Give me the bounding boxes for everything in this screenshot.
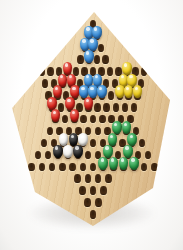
board-hole (47, 127, 54, 136)
board-hole (85, 151, 92, 160)
board-hole (139, 139, 146, 148)
board-hole (95, 174, 102, 183)
peg-yellow[interactable] (122, 62, 132, 75)
peg-blue[interactable] (88, 38, 98, 51)
board-hole (103, 103, 110, 112)
board-hole (90, 163, 97, 172)
board-hole (69, 163, 76, 172)
board-hole (102, 55, 109, 64)
peg-red[interactable] (84, 97, 94, 110)
board-hole (108, 91, 115, 100)
board-hole (100, 186, 107, 195)
board-hole (77, 55, 84, 64)
board-hole (99, 115, 106, 124)
board-hole (90, 186, 97, 195)
board-hole (42, 79, 49, 88)
peg-blue[interactable] (84, 50, 94, 63)
peg-red[interactable] (63, 62, 73, 75)
board-hole (151, 163, 158, 172)
board-hole (47, 67, 54, 76)
peg-green[interactable] (103, 145, 113, 158)
board-hole (141, 67, 148, 76)
board-hole (113, 103, 120, 112)
board-hole (41, 139, 48, 148)
peg-green[interactable] (109, 157, 119, 170)
peg-yellow[interactable] (133, 85, 143, 98)
board-hole (90, 139, 97, 148)
peg-yellow[interactable] (124, 85, 134, 98)
peg-blue[interactable] (97, 85, 107, 98)
board-hole (39, 163, 46, 172)
board-hole (74, 174, 81, 183)
peg-green[interactable] (129, 157, 139, 170)
board-hole (80, 115, 87, 124)
peg-blue[interactable] (92, 26, 102, 39)
board-hole (45, 151, 52, 160)
board-hole (62, 115, 69, 124)
peg-green[interactable] (112, 121, 122, 134)
peg-white[interactable] (78, 133, 88, 146)
board-hole (95, 198, 102, 207)
board-hole (131, 103, 138, 112)
peg-green[interactable] (119, 157, 129, 170)
board-hole (85, 174, 92, 183)
board-hole (122, 103, 129, 112)
board-hole (94, 103, 101, 112)
board-hole (98, 44, 105, 53)
board-hole (39, 67, 46, 76)
board-hole (59, 163, 66, 172)
board-hole (80, 163, 87, 172)
peg-white[interactable] (63, 145, 73, 158)
board-hole (79, 186, 86, 195)
peg-red[interactable] (70, 109, 80, 122)
board-hole (35, 151, 42, 160)
peg-green[interactable] (108, 133, 118, 146)
board-hole (94, 55, 101, 64)
board-hole (84, 198, 91, 207)
peg-green[interactable] (98, 157, 108, 170)
board-hole (49, 163, 56, 172)
peg-black[interactable] (53, 145, 63, 158)
peg-black[interactable] (73, 145, 83, 158)
board-hole (90, 115, 97, 124)
peg-green[interactable] (123, 145, 133, 158)
board-hole (105, 174, 112, 183)
board-hole (95, 127, 102, 136)
board-hole (90, 210, 97, 219)
board-hole (107, 67, 114, 76)
board-hole (145, 151, 152, 160)
product-photo (0, 0, 183, 250)
peg-red[interactable] (51, 109, 61, 122)
board-hole (141, 163, 148, 172)
board-hole (28, 163, 35, 172)
